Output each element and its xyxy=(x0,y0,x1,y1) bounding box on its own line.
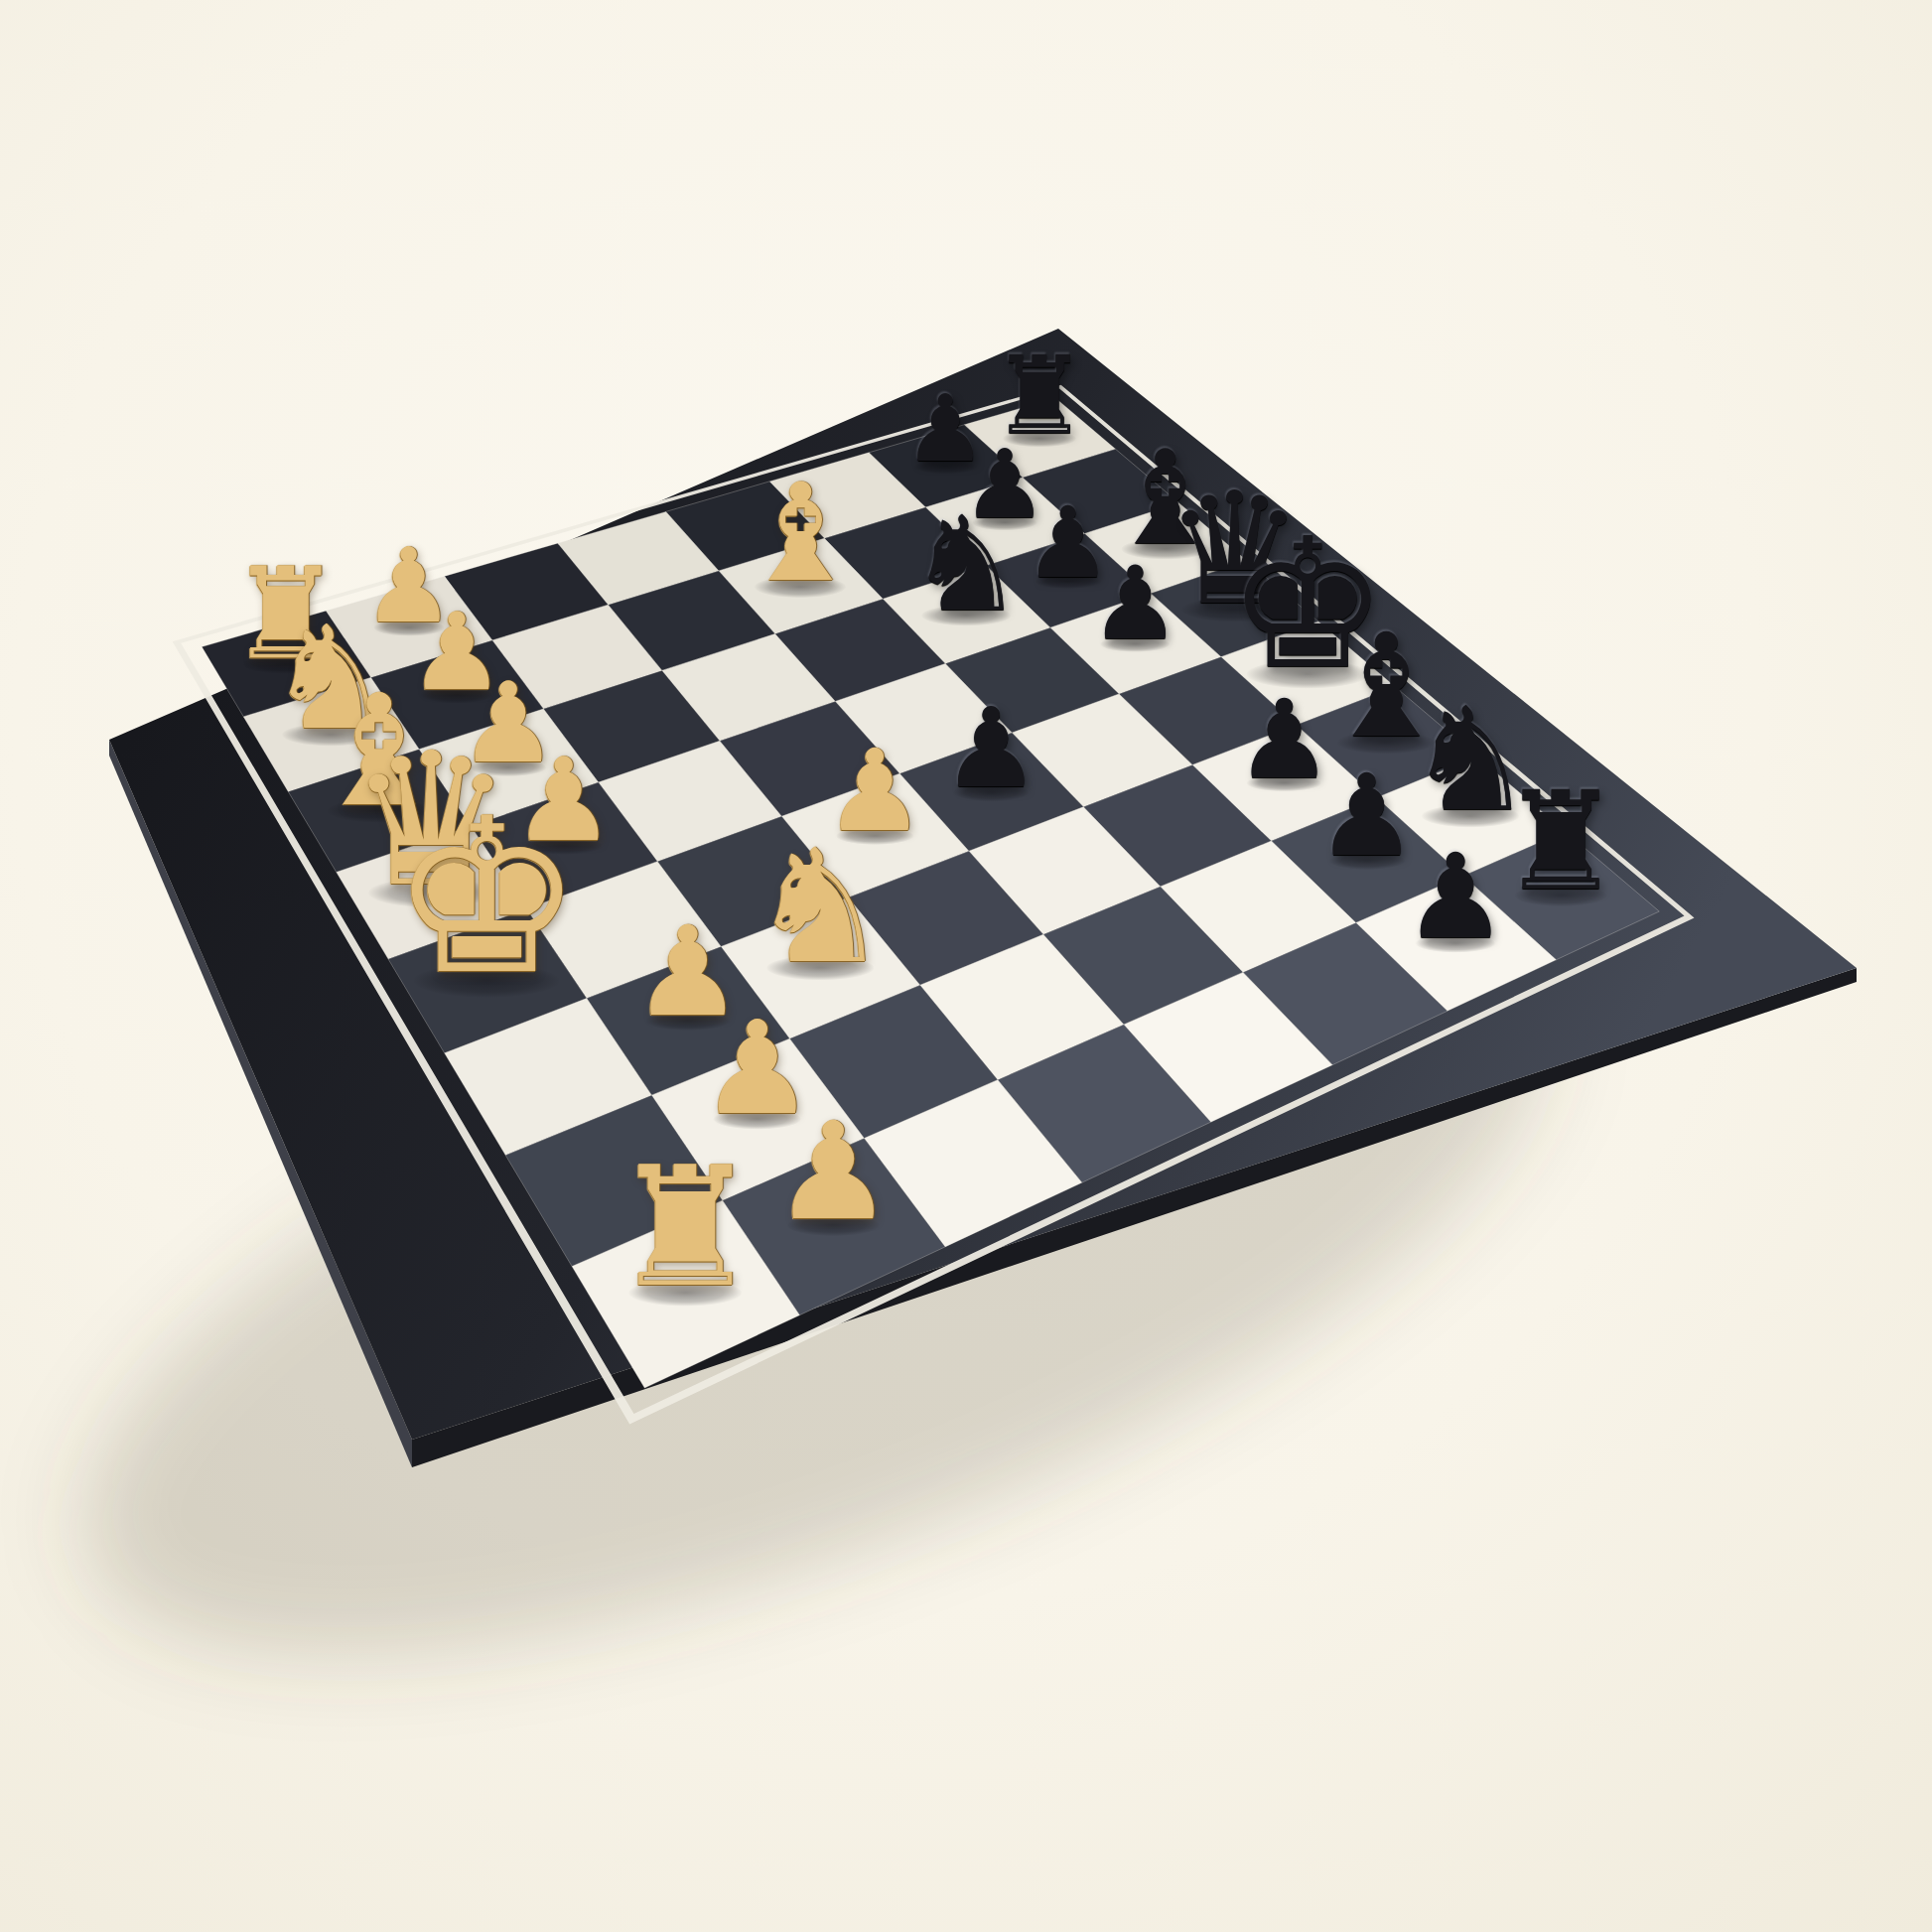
piece-black-pawn-h7[interactable]: ♟ xyxy=(1403,838,1508,955)
piece-black-rook-h8[interactable]: ♜ xyxy=(1500,773,1622,909)
piece-black-pawn-d7[interactable]: ♟ xyxy=(1090,553,1180,654)
chessboard xyxy=(0,0,1932,1932)
piece-white-king-e1[interactable]: ♚ xyxy=(391,790,584,1005)
piece-white-rook-h1[interactable]: ♜ xyxy=(611,1145,759,1311)
piece-white-pawn-h2[interactable]: ♟ xyxy=(772,1105,894,1240)
piece-white-knight-f3[interactable]: ♞ xyxy=(750,828,891,985)
scene: ♜♟♟♝♟♝♛♞♟♟♜♚♟♞♝♟♟♟♝♞♟♟♟♛♜♟♞♚♟♟♟♜ xyxy=(0,0,1932,1932)
piece-black-knight-c6[interactable]: ♞ xyxy=(907,498,1025,629)
piece-black-pawn-e5[interactable]: ♟ xyxy=(942,693,1041,803)
piece-white-bishop-b5[interactable]: ♝ xyxy=(740,466,861,601)
